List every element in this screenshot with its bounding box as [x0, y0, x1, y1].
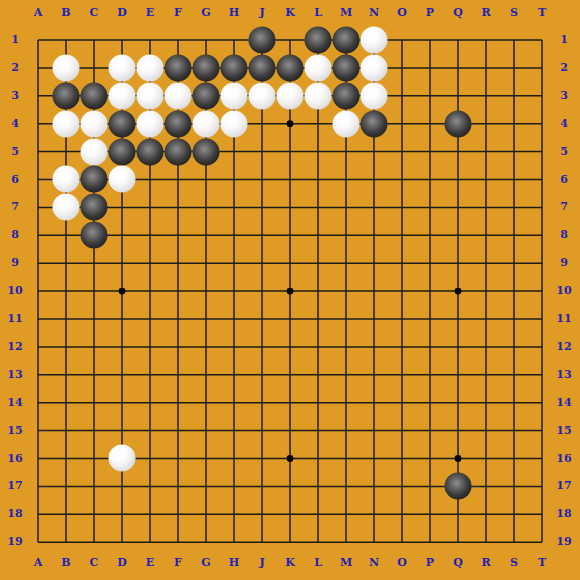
- intersection-S4[interactable]: [500, 110, 528, 138]
- intersection-B5[interactable]: [52, 138, 80, 166]
- intersection-K12[interactable]: [276, 333, 304, 361]
- intersection-N19[interactable]: [360, 528, 388, 556]
- intersection-C7[interactable]: [80, 193, 108, 221]
- intersection-P8[interactable]: [416, 221, 444, 249]
- intersection-B12[interactable]: [52, 333, 80, 361]
- intersection-M17[interactable]: [332, 472, 360, 500]
- intersection-N2[interactable]: [360, 54, 388, 82]
- intersection-L2[interactable]: [304, 54, 332, 82]
- intersection-S8[interactable]: [500, 221, 528, 249]
- intersection-E10[interactable]: [136, 277, 164, 305]
- intersection-J9[interactable]: [248, 249, 276, 277]
- intersection-K8[interactable]: [276, 221, 304, 249]
- intersection-M19[interactable]: [332, 528, 360, 556]
- intersection-R16[interactable]: [472, 444, 500, 472]
- intersection-Q15[interactable]: [444, 417, 472, 445]
- intersection-M18[interactable]: [332, 500, 360, 528]
- intersection-Q8[interactable]: [444, 221, 472, 249]
- intersection-L6[interactable]: [304, 166, 332, 194]
- intersection-J19[interactable]: [248, 528, 276, 556]
- intersection-T15[interactable]: [528, 417, 556, 445]
- intersection-H11[interactable]: [220, 305, 248, 333]
- intersection-D17[interactable]: [108, 472, 136, 500]
- intersection-C1[interactable]: [80, 26, 108, 54]
- intersection-B19[interactable]: [52, 528, 80, 556]
- intersection-R15[interactable]: [472, 417, 500, 445]
- intersection-Q17[interactable]: [444, 472, 472, 500]
- intersection-L11[interactable]: [304, 305, 332, 333]
- intersection-O16[interactable]: [388, 444, 416, 472]
- intersection-C17[interactable]: [80, 472, 108, 500]
- intersection-A8[interactable]: [24, 221, 52, 249]
- intersection-K17[interactable]: [276, 472, 304, 500]
- intersection-T13[interactable]: [528, 361, 556, 389]
- intersection-K16[interactable]: [276, 444, 304, 472]
- intersection-O5[interactable]: [388, 138, 416, 166]
- intersection-H15[interactable]: [220, 417, 248, 445]
- intersection-J16[interactable]: [248, 444, 276, 472]
- intersection-O3[interactable]: [388, 82, 416, 110]
- intersection-C11[interactable]: [80, 305, 108, 333]
- intersection-F10[interactable]: [164, 277, 192, 305]
- intersection-E3[interactable]: [136, 82, 164, 110]
- intersection-G15[interactable]: [192, 417, 220, 445]
- intersection-G9[interactable]: [192, 249, 220, 277]
- intersection-M13[interactable]: [332, 361, 360, 389]
- intersection-R11[interactable]: [472, 305, 500, 333]
- intersection-F16[interactable]: [164, 444, 192, 472]
- intersection-G18[interactable]: [192, 500, 220, 528]
- intersection-O4[interactable]: [388, 110, 416, 138]
- intersection-B8[interactable]: [52, 221, 80, 249]
- intersection-S19[interactable]: [500, 528, 528, 556]
- intersection-E7[interactable]: [136, 193, 164, 221]
- intersection-Q11[interactable]: [444, 305, 472, 333]
- intersection-F2[interactable]: [164, 54, 192, 82]
- intersection-A4[interactable]: [24, 110, 52, 138]
- intersection-G4[interactable]: [192, 110, 220, 138]
- intersection-T3[interactable]: [528, 82, 556, 110]
- intersection-K1[interactable]: [276, 26, 304, 54]
- intersection-N16[interactable]: [360, 444, 388, 472]
- intersection-F5[interactable]: [164, 138, 192, 166]
- intersection-S7[interactable]: [500, 193, 528, 221]
- intersection-F12[interactable]: [164, 333, 192, 361]
- intersection-N1[interactable]: [360, 26, 388, 54]
- intersection-G12[interactable]: [192, 333, 220, 361]
- intersection-H10[interactable]: [220, 277, 248, 305]
- intersection-H12[interactable]: [220, 333, 248, 361]
- intersection-A1[interactable]: [24, 26, 52, 54]
- intersection-A6[interactable]: [24, 166, 52, 194]
- intersection-F8[interactable]: [164, 221, 192, 249]
- intersection-A17[interactable]: [24, 472, 52, 500]
- intersection-L14[interactable]: [304, 389, 332, 417]
- intersection-G8[interactable]: [192, 221, 220, 249]
- intersection-K13[interactable]: [276, 361, 304, 389]
- intersection-K9[interactable]: [276, 249, 304, 277]
- intersection-J2[interactable]: [248, 54, 276, 82]
- intersection-P3[interactable]: [416, 82, 444, 110]
- intersection-B2[interactable]: [52, 54, 80, 82]
- intersection-M10[interactable]: [332, 277, 360, 305]
- intersection-E15[interactable]: [136, 417, 164, 445]
- intersection-A19[interactable]: [24, 528, 52, 556]
- intersection-H14[interactable]: [220, 389, 248, 417]
- intersection-A9[interactable]: [24, 249, 52, 277]
- intersection-O14[interactable]: [388, 389, 416, 417]
- intersection-G1[interactable]: [192, 26, 220, 54]
- intersection-T14[interactable]: [528, 389, 556, 417]
- intersection-P12[interactable]: [416, 333, 444, 361]
- intersection-C16[interactable]: [80, 444, 108, 472]
- intersection-F11[interactable]: [164, 305, 192, 333]
- intersection-L16[interactable]: [304, 444, 332, 472]
- intersection-H6[interactable]: [220, 166, 248, 194]
- intersection-C18[interactable]: [80, 500, 108, 528]
- intersection-S3[interactable]: [500, 82, 528, 110]
- intersection-F9[interactable]: [164, 249, 192, 277]
- intersection-B18[interactable]: [52, 500, 80, 528]
- intersection-G11[interactable]: [192, 305, 220, 333]
- intersection-H17[interactable]: [220, 472, 248, 500]
- intersection-M7[interactable]: [332, 193, 360, 221]
- intersection-R8[interactable]: [472, 221, 500, 249]
- intersection-J14[interactable]: [248, 389, 276, 417]
- intersection-O10[interactable]: [388, 277, 416, 305]
- intersection-C8[interactable]: [80, 221, 108, 249]
- intersection-J5[interactable]: [248, 138, 276, 166]
- intersection-D5[interactable]: [108, 138, 136, 166]
- intersection-N18[interactable]: [360, 500, 388, 528]
- intersection-R12[interactable]: [472, 333, 500, 361]
- intersection-H16[interactable]: [220, 444, 248, 472]
- intersection-D9[interactable]: [108, 249, 136, 277]
- intersection-E1[interactable]: [136, 26, 164, 54]
- intersection-G5[interactable]: [192, 138, 220, 166]
- intersection-Q2[interactable]: [444, 54, 472, 82]
- intersection-J6[interactable]: [248, 166, 276, 194]
- intersection-N17[interactable]: [360, 472, 388, 500]
- intersection-H2[interactable]: [220, 54, 248, 82]
- intersection-Q12[interactable]: [444, 333, 472, 361]
- intersection-C6[interactable]: [80, 166, 108, 194]
- intersection-M14[interactable]: [332, 389, 360, 417]
- intersection-B13[interactable]: [52, 361, 80, 389]
- intersection-C14[interactable]: [80, 389, 108, 417]
- intersection-R18[interactable]: [472, 500, 500, 528]
- intersection-P10[interactable]: [416, 277, 444, 305]
- intersection-D15[interactable]: [108, 417, 136, 445]
- intersection-H13[interactable]: [220, 361, 248, 389]
- intersection-C3[interactable]: [80, 82, 108, 110]
- intersection-F7[interactable]: [164, 193, 192, 221]
- intersection-S1[interactable]: [500, 26, 528, 54]
- intersection-T7[interactable]: [528, 193, 556, 221]
- intersection-N8[interactable]: [360, 221, 388, 249]
- intersection-O17[interactable]: [388, 472, 416, 500]
- intersection-T19[interactable]: [528, 528, 556, 556]
- intersection-R1[interactable]: [472, 26, 500, 54]
- intersection-E12[interactable]: [136, 333, 164, 361]
- intersection-C10[interactable]: [80, 277, 108, 305]
- intersection-O12[interactable]: [388, 333, 416, 361]
- intersection-E19[interactable]: [136, 528, 164, 556]
- intersection-A16[interactable]: [24, 444, 52, 472]
- intersection-K6[interactable]: [276, 166, 304, 194]
- intersection-B3[interactable]: [52, 82, 80, 110]
- intersection-D19[interactable]: [108, 528, 136, 556]
- intersection-F17[interactable]: [164, 472, 192, 500]
- intersection-G10[interactable]: [192, 277, 220, 305]
- intersection-J4[interactable]: [248, 110, 276, 138]
- intersection-J13[interactable]: [248, 361, 276, 389]
- intersection-M4[interactable]: [332, 110, 360, 138]
- intersection-Q13[interactable]: [444, 361, 472, 389]
- intersection-H1[interactable]: [220, 26, 248, 54]
- intersection-J7[interactable]: [248, 193, 276, 221]
- intersection-M16[interactable]: [332, 444, 360, 472]
- intersection-N13[interactable]: [360, 361, 388, 389]
- intersection-O8[interactable]: [388, 221, 416, 249]
- intersection-D18[interactable]: [108, 500, 136, 528]
- intersection-T1[interactable]: [528, 26, 556, 54]
- intersection-J17[interactable]: [248, 472, 276, 500]
- intersection-J1[interactable]: [248, 26, 276, 54]
- intersection-C4[interactable]: [80, 110, 108, 138]
- intersection-J8[interactable]: [248, 221, 276, 249]
- intersection-P13[interactable]: [416, 361, 444, 389]
- intersection-C9[interactable]: [80, 249, 108, 277]
- intersection-M5[interactable]: [332, 138, 360, 166]
- intersection-D8[interactable]: [108, 221, 136, 249]
- intersection-S17[interactable]: [500, 472, 528, 500]
- intersection-Q1[interactable]: [444, 26, 472, 54]
- intersection-G16[interactable]: [192, 444, 220, 472]
- intersection-E6[interactable]: [136, 166, 164, 194]
- intersection-L3[interactable]: [304, 82, 332, 110]
- intersection-J18[interactable]: [248, 500, 276, 528]
- intersection-T17[interactable]: [528, 472, 556, 500]
- intersection-M6[interactable]: [332, 166, 360, 194]
- intersection-R2[interactable]: [472, 54, 500, 82]
- intersection-J11[interactable]: [248, 305, 276, 333]
- intersection-K2[interactable]: [276, 54, 304, 82]
- intersection-T18[interactable]: [528, 500, 556, 528]
- intersection-D4[interactable]: [108, 110, 136, 138]
- intersection-M2[interactable]: [332, 54, 360, 82]
- intersection-L12[interactable]: [304, 333, 332, 361]
- intersection-Q14[interactable]: [444, 389, 472, 417]
- intersection-Q7[interactable]: [444, 193, 472, 221]
- intersection-P14[interactable]: [416, 389, 444, 417]
- intersection-R5[interactable]: [472, 138, 500, 166]
- intersection-B17[interactable]: [52, 472, 80, 500]
- intersection-H5[interactable]: [220, 138, 248, 166]
- intersection-O11[interactable]: [388, 305, 416, 333]
- intersection-R14[interactable]: [472, 389, 500, 417]
- intersection-C15[interactable]: [80, 417, 108, 445]
- intersection-T4[interactable]: [528, 110, 556, 138]
- intersection-D3[interactable]: [108, 82, 136, 110]
- intersection-K7[interactable]: [276, 193, 304, 221]
- intersection-K15[interactable]: [276, 417, 304, 445]
- intersection-N5[interactable]: [360, 138, 388, 166]
- intersection-P19[interactable]: [416, 528, 444, 556]
- intersection-M8[interactable]: [332, 221, 360, 249]
- intersection-T8[interactable]: [528, 221, 556, 249]
- intersection-T11[interactable]: [528, 305, 556, 333]
- intersection-N11[interactable]: [360, 305, 388, 333]
- intersection-P17[interactable]: [416, 472, 444, 500]
- intersection-O9[interactable]: [388, 249, 416, 277]
- intersection-S18[interactable]: [500, 500, 528, 528]
- intersection-R13[interactable]: [472, 361, 500, 389]
- intersection-F13[interactable]: [164, 361, 192, 389]
- intersection-H9[interactable]: [220, 249, 248, 277]
- intersection-B16[interactable]: [52, 444, 80, 472]
- intersection-F14[interactable]: [164, 389, 192, 417]
- intersection-B15[interactable]: [52, 417, 80, 445]
- intersection-R7[interactable]: [472, 193, 500, 221]
- intersection-P5[interactable]: [416, 138, 444, 166]
- intersection-S15[interactable]: [500, 417, 528, 445]
- intersection-G6[interactable]: [192, 166, 220, 194]
- intersection-E14[interactable]: [136, 389, 164, 417]
- intersection-A14[interactable]: [24, 389, 52, 417]
- intersection-D12[interactable]: [108, 333, 136, 361]
- intersection-R17[interactable]: [472, 472, 500, 500]
- intersection-G19[interactable]: [192, 528, 220, 556]
- intersection-D6[interactable]: [108, 166, 136, 194]
- intersection-H18[interactable]: [220, 500, 248, 528]
- intersection-H19[interactable]: [220, 528, 248, 556]
- intersection-L10[interactable]: [304, 277, 332, 305]
- intersection-A18[interactable]: [24, 500, 52, 528]
- intersection-K14[interactable]: [276, 389, 304, 417]
- intersection-J15[interactable]: [248, 417, 276, 445]
- intersection-R4[interactable]: [472, 110, 500, 138]
- intersection-O18[interactable]: [388, 500, 416, 528]
- intersection-M9[interactable]: [332, 249, 360, 277]
- intersection-E16[interactable]: [136, 444, 164, 472]
- intersection-A12[interactable]: [24, 333, 52, 361]
- intersection-S6[interactable]: [500, 166, 528, 194]
- intersection-P15[interactable]: [416, 417, 444, 445]
- intersection-R3[interactable]: [472, 82, 500, 110]
- intersection-P7[interactable]: [416, 193, 444, 221]
- intersection-P1[interactable]: [416, 26, 444, 54]
- intersection-E17[interactable]: [136, 472, 164, 500]
- intersection-K4[interactable]: [276, 110, 304, 138]
- intersection-D11[interactable]: [108, 305, 136, 333]
- intersection-A3[interactable]: [24, 82, 52, 110]
- intersection-L9[interactable]: [304, 249, 332, 277]
- intersection-O7[interactable]: [388, 193, 416, 221]
- intersection-E5[interactable]: [136, 138, 164, 166]
- intersection-Q10[interactable]: [444, 277, 472, 305]
- intersection-M3[interactable]: [332, 82, 360, 110]
- intersection-C2[interactable]: [80, 54, 108, 82]
- intersection-S2[interactable]: [500, 54, 528, 82]
- intersection-L8[interactable]: [304, 221, 332, 249]
- intersection-A5[interactable]: [24, 138, 52, 166]
- intersection-P9[interactable]: [416, 249, 444, 277]
- intersection-L13[interactable]: [304, 361, 332, 389]
- intersection-K19[interactable]: [276, 528, 304, 556]
- intersection-F4[interactable]: [164, 110, 192, 138]
- intersection-H3[interactable]: [220, 82, 248, 110]
- intersection-L4[interactable]: [304, 110, 332, 138]
- intersection-T9[interactable]: [528, 249, 556, 277]
- intersection-J12[interactable]: [248, 333, 276, 361]
- intersection-N10[interactable]: [360, 277, 388, 305]
- intersection-E13[interactable]: [136, 361, 164, 389]
- intersection-R6[interactable]: [472, 166, 500, 194]
- intersection-E2[interactable]: [136, 54, 164, 82]
- intersection-L7[interactable]: [304, 193, 332, 221]
- intersection-O2[interactable]: [388, 54, 416, 82]
- intersection-H8[interactable]: [220, 221, 248, 249]
- intersection-K10[interactable]: [276, 277, 304, 305]
- intersection-N15[interactable]: [360, 417, 388, 445]
- intersection-F1[interactable]: [164, 26, 192, 54]
- intersection-Q4[interactable]: [444, 110, 472, 138]
- intersection-F19[interactable]: [164, 528, 192, 556]
- intersection-P11[interactable]: [416, 305, 444, 333]
- intersection-K11[interactable]: [276, 305, 304, 333]
- intersection-G13[interactable]: [192, 361, 220, 389]
- intersection-D13[interactable]: [108, 361, 136, 389]
- intersection-T10[interactable]: [528, 277, 556, 305]
- intersection-E18[interactable]: [136, 500, 164, 528]
- intersection-O6[interactable]: [388, 166, 416, 194]
- intersection-Q3[interactable]: [444, 82, 472, 110]
- intersection-S10[interactable]: [500, 277, 528, 305]
- intersection-C13[interactable]: [80, 361, 108, 389]
- intersection-J3[interactable]: [248, 82, 276, 110]
- intersection-Q5[interactable]: [444, 138, 472, 166]
- intersection-S13[interactable]: [500, 361, 528, 389]
- intersection-N7[interactable]: [360, 193, 388, 221]
- intersection-D2[interactable]: [108, 54, 136, 82]
- intersection-Q9[interactable]: [444, 249, 472, 277]
- intersection-D10[interactable]: [108, 277, 136, 305]
- intersection-J10[interactable]: [248, 277, 276, 305]
- intersection-P4[interactable]: [416, 110, 444, 138]
- intersection-P18[interactable]: [416, 500, 444, 528]
- intersection-B1[interactable]: [52, 26, 80, 54]
- intersection-L5[interactable]: [304, 138, 332, 166]
- intersection-N12[interactable]: [360, 333, 388, 361]
- intersection-A15[interactable]: [24, 417, 52, 445]
- intersection-B7[interactable]: [52, 193, 80, 221]
- intersection-P16[interactable]: [416, 444, 444, 472]
- intersection-O13[interactable]: [388, 361, 416, 389]
- intersection-T12[interactable]: [528, 333, 556, 361]
- intersection-O19[interactable]: [388, 528, 416, 556]
- intersection-E11[interactable]: [136, 305, 164, 333]
- intersection-L19[interactable]: [304, 528, 332, 556]
- intersection-S12[interactable]: [500, 333, 528, 361]
- intersection-K18[interactable]: [276, 500, 304, 528]
- intersection-C12[interactable]: [80, 333, 108, 361]
- intersection-A10[interactable]: [24, 277, 52, 305]
- intersection-F3[interactable]: [164, 82, 192, 110]
- intersection-Q18[interactable]: [444, 500, 472, 528]
- intersection-S5[interactable]: [500, 138, 528, 166]
- intersection-T6[interactable]: [528, 166, 556, 194]
